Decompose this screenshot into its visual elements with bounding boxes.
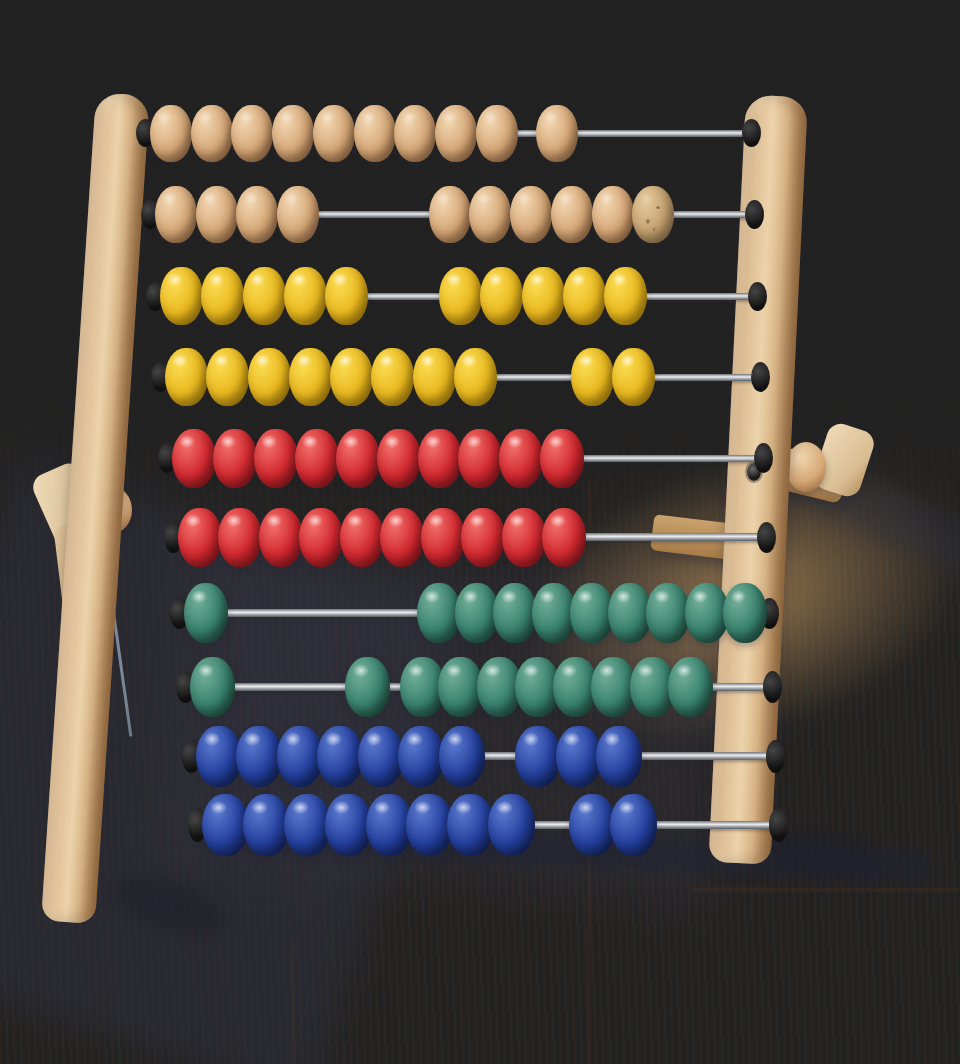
bead-blue[interactable] (284, 794, 331, 856)
bead-blue[interactable] (610, 794, 657, 856)
abacus-rows (0, 0, 960, 1064)
rod-row-10 (0, 0, 960, 1064)
bead-blue[interactable] (243, 794, 290, 856)
photo-scene (0, 0, 960, 1064)
grommet-right (769, 808, 788, 842)
bead-blue[interactable] (202, 794, 249, 856)
bead-blue[interactable] (488, 794, 535, 856)
bead-blue[interactable] (325, 794, 372, 856)
